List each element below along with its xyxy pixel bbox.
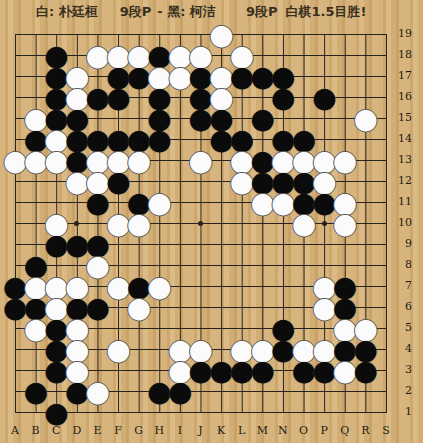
intersection-B17[interactable] (26, 66, 47, 87)
intersection-R10[interactable] (355, 213, 376, 234)
intersection-Q2[interactable] (335, 381, 356, 402)
intersection-N3[interactable] (273, 360, 294, 381)
intersection-J16[interactable]: ● (190, 87, 211, 108)
intersection-B1[interactable] (26, 402, 47, 423)
intersection-J2[interactable] (190, 381, 211, 402)
intersection-O1[interactable] (294, 402, 315, 423)
intersection-I3[interactable]: ● (170, 360, 191, 381)
intersection-D4[interactable]: ● (67, 339, 88, 360)
intersection-R19[interactable] (355, 24, 376, 45)
intersection-K11[interactable] (211, 192, 232, 213)
intersection-Q11[interactable]: ● (335, 192, 356, 213)
intersection-L10[interactable] (232, 213, 253, 234)
intersection-L16[interactable] (232, 87, 253, 108)
intersection-I1[interactable] (170, 402, 191, 423)
intersection-C2[interactable] (46, 381, 67, 402)
intersection-P8[interactable] (314, 255, 335, 276)
intersection-A7[interactable]: ● (5, 276, 26, 297)
intersection-C5[interactable]: ● (46, 318, 67, 339)
intersection-L2[interactable] (232, 381, 253, 402)
intersection-I8[interactable] (170, 255, 191, 276)
intersection-K9[interactable] (211, 234, 232, 255)
intersection-M19[interactable] (252, 24, 273, 45)
intersection-I2[interactable]: ● (170, 381, 191, 402)
intersection-M18[interactable] (252, 45, 273, 66)
intersection-O19[interactable] (294, 24, 315, 45)
intersection-D15[interactable]: ● (67, 108, 88, 129)
intersection-F9[interactable] (108, 234, 129, 255)
intersection-H6[interactable] (149, 297, 170, 318)
intersection-I7[interactable] (170, 276, 191, 297)
intersection-H1[interactable] (149, 402, 170, 423)
intersection-A4[interactable] (5, 339, 26, 360)
intersection-P11[interactable]: ● (314, 192, 335, 213)
intersection-L8[interactable] (232, 255, 253, 276)
intersection-D9[interactable]: ● (67, 234, 88, 255)
intersection-N18[interactable] (273, 45, 294, 66)
intersection-B12[interactable] (26, 171, 47, 192)
intersection-F15[interactable] (108, 108, 129, 129)
intersection-F17[interactable]: ● (108, 66, 129, 87)
intersection-P16[interactable]: ● (314, 87, 335, 108)
intersection-L4[interactable]: ● (232, 339, 253, 360)
intersection-E4[interactable] (87, 339, 108, 360)
intersection-D17[interactable]: ● (67, 66, 88, 87)
intersection-K2[interactable] (211, 381, 232, 402)
intersection-C6[interactable]: ● (46, 297, 67, 318)
intersection-P18[interactable] (314, 45, 335, 66)
intersection-J15[interactable]: ● (190, 108, 211, 129)
intersection-B14[interactable]: ● (26, 129, 47, 150)
intersection-M7[interactable] (252, 276, 273, 297)
intersection-H8[interactable] (149, 255, 170, 276)
intersection-R17[interactable] (355, 66, 376, 87)
intersection-E16[interactable]: ● (87, 87, 108, 108)
intersection-P13[interactable]: ● (314, 150, 335, 171)
intersection-E2[interactable]: ● (87, 381, 108, 402)
intersection-B9[interactable] (26, 234, 47, 255)
intersection-I16[interactable] (170, 87, 191, 108)
intersection-A8[interactable] (5, 255, 26, 276)
intersection-P9[interactable] (314, 234, 335, 255)
intersection-F16[interactable]: ● (108, 87, 129, 108)
intersection-A1[interactable] (5, 402, 26, 423)
intersection-E3[interactable] (87, 360, 108, 381)
intersection-I9[interactable] (170, 234, 191, 255)
intersection-B16[interactable] (26, 87, 47, 108)
intersection-N17[interactable]: ● (273, 66, 294, 87)
intersection-E12[interactable]: ● (87, 171, 108, 192)
intersection-H17[interactable]: ● (149, 66, 170, 87)
intersection-H9[interactable] (149, 234, 170, 255)
intersection-D1[interactable] (67, 402, 88, 423)
intersection-M5[interactable] (252, 318, 273, 339)
intersection-M4[interactable]: ● (252, 339, 273, 360)
intersection-N2[interactable] (273, 381, 294, 402)
intersection-G15[interactable] (129, 108, 150, 129)
intersection-G9[interactable] (129, 234, 150, 255)
intersection-F7[interactable]: ● (108, 276, 129, 297)
intersection-G6[interactable]: ● (129, 297, 150, 318)
intersection-F1[interactable] (108, 402, 129, 423)
intersection-R18[interactable] (355, 45, 376, 66)
intersection-D13[interactable]: ● (67, 150, 88, 171)
intersection-M10[interactable] (252, 213, 273, 234)
intersection-O9[interactable] (294, 234, 315, 255)
intersection-F13[interactable]: ● (108, 150, 129, 171)
intersection-L5[interactable] (232, 318, 253, 339)
intersection-Q19[interactable] (335, 24, 356, 45)
intersection-E17[interactable] (87, 66, 108, 87)
intersection-N9[interactable] (273, 234, 294, 255)
intersection-A14[interactable] (5, 129, 26, 150)
intersection-B7[interactable]: ● (26, 276, 47, 297)
intersection-F14[interactable]: ● (108, 129, 129, 150)
intersection-Q10[interactable]: ● (335, 213, 356, 234)
intersection-L15[interactable] (232, 108, 253, 129)
intersection-I17[interactable]: ● (170, 66, 191, 87)
intersection-P1[interactable] (314, 402, 335, 423)
intersection-N15[interactable] (273, 108, 294, 129)
intersection-N12[interactable]: ● (273, 171, 294, 192)
intersection-C15[interactable]: ● (46, 108, 67, 129)
intersection-B19[interactable] (26, 24, 47, 45)
intersection-B10[interactable] (26, 213, 47, 234)
intersection-Q1[interactable] (335, 402, 356, 423)
intersection-D6[interactable]: ● (67, 297, 88, 318)
intersection-Q5[interactable]: ● (335, 318, 356, 339)
intersection-Q17[interactable] (335, 66, 356, 87)
intersection-N8[interactable] (273, 255, 294, 276)
intersection-N1[interactable] (273, 402, 294, 423)
intersection-J4[interactable]: ● (190, 339, 211, 360)
intersection-Q8[interactable] (335, 255, 356, 276)
intersection-H13[interactable] (149, 150, 170, 171)
intersection-P7[interactable]: ● (314, 276, 335, 297)
intersection-A16[interactable] (5, 87, 26, 108)
intersection-K5[interactable] (211, 318, 232, 339)
intersection-M2[interactable] (252, 381, 273, 402)
intersection-F18[interactable]: ● (108, 45, 129, 66)
intersection-Q16[interactable] (335, 87, 356, 108)
intersection-K4[interactable] (211, 339, 232, 360)
intersection-O8[interactable] (294, 255, 315, 276)
intersection-D14[interactable]: ● (67, 129, 88, 150)
intersection-E19[interactable] (87, 24, 108, 45)
intersection-K14[interactable]: ● (211, 129, 232, 150)
intersection-J18[interactable]: ● (190, 45, 211, 66)
intersection-G5[interactable] (129, 318, 150, 339)
intersection-C11[interactable] (46, 192, 67, 213)
intersection-G10[interactable]: ● (129, 213, 150, 234)
intersection-J7[interactable] (190, 276, 211, 297)
intersection-E18[interactable]: ● (87, 45, 108, 66)
intersection-B3[interactable] (26, 360, 47, 381)
intersection-P19[interactable] (314, 24, 335, 45)
intersection-B11[interactable] (26, 192, 47, 213)
intersection-K1[interactable] (211, 402, 232, 423)
intersection-N6[interactable] (273, 297, 294, 318)
intersection-I14[interactable] (170, 129, 191, 150)
intersection-E6[interactable]: ● (87, 297, 108, 318)
intersection-P3[interactable]: ● (314, 360, 335, 381)
intersection-C4[interactable]: ● (46, 339, 67, 360)
intersection-K3[interactable]: ● (211, 360, 232, 381)
intersection-O11[interactable]: ● (294, 192, 315, 213)
intersection-N14[interactable]: ● (273, 129, 294, 150)
intersection-F6[interactable] (108, 297, 129, 318)
intersection-B15[interactable]: ● (26, 108, 47, 129)
intersection-R1[interactable] (355, 402, 376, 423)
intersection-D3[interactable]: ● (67, 360, 88, 381)
intersection-D7[interactable]: ● (67, 276, 88, 297)
intersection-B4[interactable] (26, 339, 47, 360)
intersection-H16[interactable]: ● (149, 87, 170, 108)
intersection-A6[interactable]: ● (5, 297, 26, 318)
intersection-P4[interactable]: ● (314, 339, 335, 360)
intersection-C13[interactable]: ● (46, 150, 67, 171)
intersection-I19[interactable] (170, 24, 191, 45)
intersection-J3[interactable]: ● (190, 360, 211, 381)
intersection-E13[interactable]: ● (87, 150, 108, 171)
intersection-L12[interactable]: ● (232, 171, 253, 192)
intersection-P10[interactable] (314, 213, 335, 234)
intersection-K13[interactable] (211, 150, 232, 171)
intersection-R9[interactable] (355, 234, 376, 255)
intersection-A9[interactable] (5, 234, 26, 255)
intersection-C12[interactable] (46, 171, 67, 192)
intersection-D10[interactable] (67, 213, 88, 234)
intersection-K7[interactable] (211, 276, 232, 297)
intersection-N7[interactable] (273, 276, 294, 297)
intersection-F2[interactable] (108, 381, 129, 402)
intersection-Q3[interactable]: ● (335, 360, 356, 381)
intersection-G19[interactable] (129, 24, 150, 45)
intersection-A18[interactable] (5, 45, 26, 66)
intersection-K8[interactable] (211, 255, 232, 276)
intersection-A12[interactable] (5, 171, 26, 192)
intersection-J14[interactable] (190, 129, 211, 150)
intersection-G12[interactable] (129, 171, 150, 192)
intersection-J1[interactable] (190, 402, 211, 423)
intersection-R8[interactable] (355, 255, 376, 276)
intersection-F19[interactable] (108, 24, 129, 45)
intersection-G11[interactable]: ● (129, 192, 150, 213)
intersection-G1[interactable] (129, 402, 150, 423)
intersection-K19[interactable]: ● (211, 24, 232, 45)
intersection-K16[interactable]: ● (211, 87, 232, 108)
intersection-M1[interactable] (252, 402, 273, 423)
intersection-F12[interactable]: ● (108, 171, 129, 192)
intersection-E11[interactable]: ● (87, 192, 108, 213)
intersection-I13[interactable] (170, 150, 191, 171)
intersection-M15[interactable]: ● (252, 108, 273, 129)
intersection-Q4[interactable]: ● (335, 339, 356, 360)
intersection-C7[interactable]: ● (46, 276, 67, 297)
intersection-C10[interactable]: ● (46, 213, 67, 234)
intersection-G17[interactable]: ● (129, 66, 150, 87)
intersection-N4[interactable]: ● (273, 339, 294, 360)
intersection-Q13[interactable]: ● (335, 150, 356, 171)
intersection-J9[interactable] (190, 234, 211, 255)
intersection-H12[interactable] (149, 171, 170, 192)
intersection-R13[interactable] (355, 150, 376, 171)
intersection-M12[interactable]: ● (252, 171, 273, 192)
intersection-O7[interactable] (294, 276, 315, 297)
intersection-G3[interactable] (129, 360, 150, 381)
intersection-I5[interactable] (170, 318, 191, 339)
intersection-L7[interactable] (232, 276, 253, 297)
intersection-F11[interactable] (108, 192, 129, 213)
intersection-L9[interactable] (232, 234, 253, 255)
intersection-C1[interactable]: ● (46, 402, 67, 423)
intersection-L6[interactable] (232, 297, 253, 318)
intersection-A15[interactable] (5, 108, 26, 129)
intersection-O13[interactable]: ● (294, 150, 315, 171)
intersection-J13[interactable]: ● (190, 150, 211, 171)
intersection-O15[interactable] (294, 108, 315, 129)
intersection-M6[interactable] (252, 297, 273, 318)
intersection-D11[interactable] (67, 192, 88, 213)
intersection-I12[interactable] (170, 171, 191, 192)
intersection-E1[interactable] (87, 402, 108, 423)
intersection-F8[interactable] (108, 255, 129, 276)
intersection-Q15[interactable] (335, 108, 356, 129)
intersection-D5[interactable]: ● (67, 318, 88, 339)
intersection-C18[interactable]: ● (46, 45, 67, 66)
intersection-L1[interactable] (232, 402, 253, 423)
intersection-A19[interactable] (5, 24, 26, 45)
intersection-E14[interactable]: ● (87, 129, 108, 150)
intersection-R12[interactable] (355, 171, 376, 192)
intersection-D2[interactable]: ● (67, 381, 88, 402)
intersection-I10[interactable] (170, 213, 191, 234)
intersection-D18[interactable] (67, 45, 88, 66)
intersection-K15[interactable]: ● (211, 108, 232, 129)
intersection-H3[interactable] (149, 360, 170, 381)
intersection-A10[interactable] (5, 213, 26, 234)
intersection-L14[interactable]: ● (232, 129, 253, 150)
intersection-K6[interactable] (211, 297, 232, 318)
intersection-K17[interactable]: ● (211, 66, 232, 87)
intersection-R3[interactable]: ● (355, 360, 376, 381)
intersection-R14[interactable] (355, 129, 376, 150)
intersection-P12[interactable]: ● (314, 171, 335, 192)
intersection-J19[interactable] (190, 24, 211, 45)
intersection-P17[interactable] (314, 66, 335, 87)
intersection-D19[interactable] (67, 24, 88, 45)
intersection-A5[interactable] (5, 318, 26, 339)
intersection-N10[interactable] (273, 213, 294, 234)
intersection-I6[interactable] (170, 297, 191, 318)
intersection-J11[interactable] (190, 192, 211, 213)
intersection-R16[interactable] (355, 87, 376, 108)
intersection-M14[interactable] (252, 129, 273, 150)
intersection-B6[interactable]: ● (26, 297, 47, 318)
intersection-O10[interactable]: ● (294, 213, 315, 234)
intersection-Q12[interactable] (335, 171, 356, 192)
intersection-G7[interactable]: ● (129, 276, 150, 297)
intersection-E5[interactable] (87, 318, 108, 339)
intersection-M8[interactable] (252, 255, 273, 276)
intersection-H14[interactable]: ● (149, 129, 170, 150)
intersection-K10[interactable] (211, 213, 232, 234)
intersection-L11[interactable] (232, 192, 253, 213)
intersection-L18[interactable]: ● (232, 45, 253, 66)
intersection-Q7[interactable]: ● (335, 276, 356, 297)
intersection-N16[interactable]: ● (273, 87, 294, 108)
intersection-M9[interactable] (252, 234, 273, 255)
intersection-J10[interactable] (190, 213, 211, 234)
intersection-H7[interactable]: ● (149, 276, 170, 297)
intersection-H2[interactable]: ● (149, 381, 170, 402)
intersection-N11[interactable]: ● (273, 192, 294, 213)
intersection-B8[interactable]: ● (26, 255, 47, 276)
intersection-Q14[interactable] (335, 129, 356, 150)
intersection-O6[interactable] (294, 297, 315, 318)
intersection-F5[interactable] (108, 318, 129, 339)
intersection-E15[interactable] (87, 108, 108, 129)
intersection-G13[interactable]: ● (129, 150, 150, 171)
intersection-O14[interactable]: ● (294, 129, 315, 150)
intersection-J12[interactable] (190, 171, 211, 192)
intersection-K18[interactable] (211, 45, 232, 66)
intersection-A13[interactable]: ● (5, 150, 26, 171)
intersection-O4[interactable]: ● (294, 339, 315, 360)
intersection-O2[interactable] (294, 381, 315, 402)
intersection-L17[interactable]: ● (232, 66, 253, 87)
intersection-K12[interactable] (211, 171, 232, 192)
intersection-F4[interactable]: ● (108, 339, 129, 360)
intersection-A3[interactable] (5, 360, 26, 381)
intersection-A11[interactable] (5, 192, 26, 213)
intersection-F3[interactable] (108, 360, 129, 381)
intersection-C8[interactable] (46, 255, 67, 276)
intersection-H15[interactable]: ● (149, 108, 170, 129)
intersection-G16[interactable] (129, 87, 150, 108)
intersection-I18[interactable]: ● (170, 45, 191, 66)
intersection-N19[interactable] (273, 24, 294, 45)
intersection-D12[interactable]: ● (67, 171, 88, 192)
intersection-P14[interactable] (314, 129, 335, 150)
intersection-H18[interactable]: ● (149, 45, 170, 66)
intersection-E9[interactable]: ● (87, 234, 108, 255)
intersection-G14[interactable]: ● (129, 129, 150, 150)
intersection-M13[interactable]: ● (252, 150, 273, 171)
intersection-H19[interactable] (149, 24, 170, 45)
intersection-J8[interactable] (190, 255, 211, 276)
intersection-M16[interactable] (252, 87, 273, 108)
intersection-R6[interactable] (355, 297, 376, 318)
intersection-R2[interactable] (355, 381, 376, 402)
intersection-R7[interactable] (355, 276, 376, 297)
intersection-H11[interactable]: ● (149, 192, 170, 213)
intersection-O16[interactable] (294, 87, 315, 108)
intersection-A17[interactable] (5, 66, 26, 87)
intersection-P6[interactable]: ● (314, 297, 335, 318)
intersection-I15[interactable] (170, 108, 191, 129)
intersection-C16[interactable]: ● (46, 87, 67, 108)
intersection-E10[interactable] (87, 213, 108, 234)
intersection-O5[interactable] (294, 318, 315, 339)
intersection-E8[interactable]: ● (87, 255, 108, 276)
intersection-N5[interactable]: ● (273, 318, 294, 339)
intersection-E7[interactable] (87, 276, 108, 297)
intersection-O18[interactable] (294, 45, 315, 66)
intersection-O3[interactable]: ● (294, 360, 315, 381)
intersection-M3[interactable]: ● (252, 360, 273, 381)
intersection-M17[interactable]: ● (252, 66, 273, 87)
